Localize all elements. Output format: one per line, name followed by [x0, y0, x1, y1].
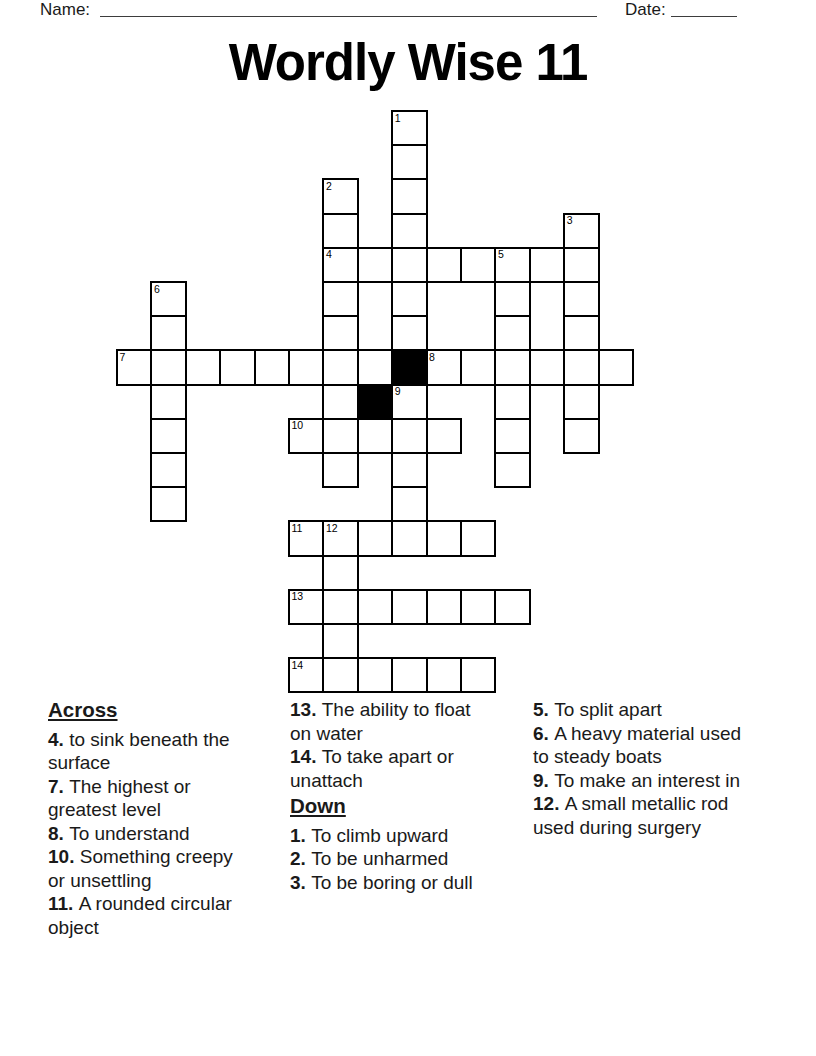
clue-down-1: 1. To climb upward	[290, 824, 489, 848]
grid-cell[interactable]	[391, 178, 427, 214]
cell-number: 2	[326, 181, 332, 192]
name-fill-line[interactable]	[100, 16, 597, 17]
cell-number: 6	[154, 284, 160, 295]
grid-cell[interactable]	[598, 349, 634, 385]
date-label: Date:	[625, 0, 666, 20]
grid-cell[interactable]	[185, 349, 221, 385]
clue-number: 2.	[290, 848, 311, 869]
grid-cell[interactable]	[322, 589, 358, 625]
grid-cell[interactable]	[322, 418, 358, 454]
grid-cell[interactable]	[563, 281, 599, 317]
grid-cell[interactable]	[150, 384, 186, 420]
cell-number: 14	[292, 660, 304, 671]
grid-cell[interactable]	[322, 657, 358, 693]
cell-number: 8	[429, 352, 435, 363]
grid-cell[interactable]	[391, 247, 427, 283]
grid-cell[interactable]	[322, 452, 358, 488]
clue-across-13: 13. The ability to float on water	[290, 698, 489, 745]
grid-cell[interactable]	[288, 349, 324, 385]
cell-number: 9	[395, 386, 401, 397]
grid-cell[interactable]	[150, 349, 186, 385]
grid-cell[interactable]	[357, 589, 393, 625]
grid-cell[interactable]	[426, 418, 462, 454]
worksheet-page: Name: Date: Wordly Wise 11 1234567891011…	[0, 0, 816, 1056]
cell-number: 4	[326, 249, 332, 260]
grid-cell[interactable]	[391, 520, 427, 556]
clue-number: 5.	[533, 699, 554, 720]
cell-number: 12	[326, 523, 338, 534]
page-title: Wordly Wise 11	[0, 33, 816, 92]
grid-cell[interactable]	[391, 452, 427, 488]
clue-number: 8.	[48, 823, 69, 844]
clue-down-2: 2. To be unharmed	[290, 847, 489, 871]
clue-down-6: 6. A heavy material used to steady boats	[533, 722, 745, 769]
grid-cell[interactable]	[391, 213, 427, 249]
clue-number: 4.	[48, 729, 69, 750]
grid-cell[interactable]	[357, 657, 393, 693]
grid-cell[interactable]	[529, 247, 565, 283]
clue-across-8: 8. To understand	[48, 822, 255, 846]
crossword-board: 1234567891011121314	[116, 110, 636, 694]
date-fill-line[interactable]	[671, 16, 737, 17]
cell-number: 5	[498, 249, 504, 260]
grid-cell[interactable]	[494, 452, 530, 488]
clue-number: 1.	[290, 825, 311, 846]
grid-cell[interactable]	[357, 349, 393, 385]
clue-number: 6.	[533, 723, 554, 744]
grid-cell[interactable]	[322, 281, 358, 317]
clue-across-14: 14. To take apart or unattach	[290, 745, 489, 792]
grid-cell[interactable]	[494, 281, 530, 317]
grid-cell[interactable]	[322, 349, 358, 385]
grid-cell[interactable]	[322, 315, 358, 351]
clue-down-9: 9. To make an interest in	[533, 769, 745, 793]
grid-cell[interactable]	[357, 418, 393, 454]
clue-across-4: 4. to sink beneath the surface	[48, 728, 255, 775]
across-heading: Across	[48, 698, 255, 722]
cell-number: 13	[292, 591, 304, 602]
grid-cell[interactable]	[391, 486, 427, 522]
grid-cell[interactable]	[426, 657, 462, 693]
grid-cell[interactable]	[494, 384, 530, 420]
clue-number: 13.	[290, 699, 322, 720]
cell-number: 11	[292, 523, 303, 534]
grid-cell[interactable]	[563, 384, 599, 420]
clue-across-10: 10. Something creepy or unsettling	[48, 845, 255, 892]
clue-across-7: 7. The highest or greatest level	[48, 775, 255, 822]
grid-cell[interactable]	[150, 315, 186, 351]
grid-cell[interactable]	[357, 247, 393, 283]
clue-number: 11.	[48, 893, 79, 914]
grid-cell[interactable]	[391, 657, 427, 693]
black-cell	[391, 349, 427, 385]
grid-cell[interactable]	[494, 589, 530, 625]
grid-cell[interactable]	[460, 657, 496, 693]
grid-cell[interactable]	[460, 349, 496, 385]
clue-column-1: Across4. to sink beneath the surface7. T…	[48, 698, 255, 939]
grid-cell[interactable]	[150, 418, 186, 454]
clue-number: 14.	[290, 746, 322, 767]
grid-cell[interactable]	[563, 418, 599, 454]
grid-cell[interactable]	[391, 144, 427, 180]
grid-cell[interactable]	[460, 247, 496, 283]
grid-cell[interactable]	[391, 418, 427, 454]
down-heading: Down	[290, 794, 489, 818]
grid-cell[interactable]	[322, 555, 358, 591]
grid-cell[interactable]	[150, 486, 186, 522]
clue-column-2: 13. The ability to float on water14. To …	[290, 698, 489, 894]
grid-cell[interactable]	[563, 349, 599, 385]
grid-cell[interactable]	[322, 623, 358, 659]
cell-number: 7	[120, 352, 126, 363]
name-label: Name:	[40, 0, 90, 20]
grid-cell[interactable]	[494, 349, 530, 385]
grid-cell[interactable]	[357, 520, 393, 556]
grid-cell[interactable]	[391, 281, 427, 317]
clue-down-5: 5. To split apart	[533, 698, 745, 722]
grid-cell[interactable]	[150, 452, 186, 488]
grid-cell[interactable]	[254, 349, 290, 385]
grid-cell[interactable]	[426, 589, 462, 625]
clue-number: 3.	[290, 872, 311, 893]
grid-cell[interactable]	[322, 384, 358, 420]
clue-across-11: 11. A rounded circular object	[48, 892, 255, 939]
clue-column-3: 5. To split apart6. A heavy material use…	[533, 698, 745, 839]
grid-cell[interactable]	[391, 589, 427, 625]
grid-cell[interactable]	[219, 349, 255, 385]
clue-down-12: 12. A small metallic rod used during sur…	[533, 792, 745, 839]
grid-cell[interactable]	[426, 520, 462, 556]
grid-cell[interactable]	[529, 349, 565, 385]
black-cell	[357, 384, 393, 420]
grid-cell[interactable]	[494, 315, 530, 351]
grid-cell[interactable]	[460, 589, 496, 625]
clue-down-3: 3. To be boring or dull	[290, 871, 489, 895]
clue-number: 12.	[533, 793, 565, 814]
grid-cell[interactable]	[563, 315, 599, 351]
cell-number: 10	[292, 420, 304, 431]
clue-number: 7.	[48, 776, 69, 797]
grid-cell[interactable]	[460, 520, 496, 556]
grid-cell[interactable]	[426, 247, 462, 283]
grid-cell[interactable]	[563, 247, 599, 283]
grid-cell[interactable]	[494, 418, 530, 454]
grid-cell[interactable]	[322, 213, 358, 249]
grid-cell[interactable]	[391, 315, 427, 351]
clue-number: 10.	[48, 846, 80, 867]
cell-number: 1	[395, 113, 401, 124]
clue-number: 9.	[533, 770, 554, 791]
cell-number: 3	[567, 215, 573, 226]
